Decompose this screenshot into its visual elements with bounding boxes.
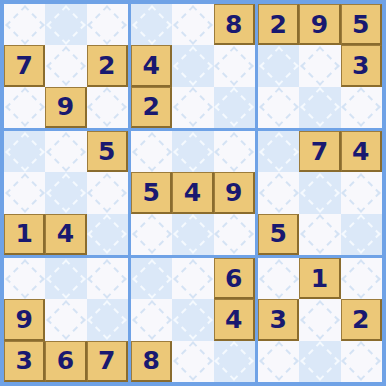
cell-r3c9[interactable]	[341, 87, 382, 128]
cell-r9c8[interactable]	[299, 341, 340, 382]
given-digit: 7	[15, 53, 32, 78]
cell-r4c2[interactable]	[45, 131, 86, 172]
diamond-pattern-icon	[88, 215, 128, 255]
cell-r3c3[interactable]	[87, 87, 128, 128]
given-digit: 4	[352, 139, 369, 164]
diamond-pattern-icon	[46, 300, 86, 340]
cell-r2c5[interactable]	[172, 45, 213, 86]
cell-r2c9[interactable]: 3	[341, 45, 382, 86]
box-8: 648	[131, 258, 255, 382]
diamond-pattern-icon	[5, 88, 45, 128]
cell-r4c6[interactable]	[214, 131, 255, 172]
cell-r5c4[interactable]: 5	[131, 172, 172, 213]
given-digit: 7	[311, 139, 328, 164]
cell-r4c5[interactable]	[172, 131, 213, 172]
diamond-pattern-icon	[259, 342, 299, 382]
cell-r6c6[interactable]	[214, 214, 255, 255]
box-3: 2953	[258, 4, 382, 128]
given-digit: 2	[142, 94, 159, 119]
box-9: 132	[258, 258, 382, 382]
cell-r7c5[interactable]	[172, 258, 213, 299]
cell-r4c1[interactable]	[4, 131, 45, 172]
diamond-pattern-icon	[5, 259, 45, 299]
diamond-pattern-icon	[46, 5, 86, 45]
diamond-pattern-icon	[342, 173, 382, 213]
given-digit: 2	[352, 307, 369, 332]
box-7: 9367	[4, 258, 128, 382]
cell-r9c4[interactable]: 8	[131, 341, 172, 382]
cell-r4c3[interactable]: 5	[87, 131, 128, 172]
diamond-pattern-icon	[259, 132, 299, 172]
cell-r7c7[interactable]	[258, 258, 299, 299]
cell-r3c8[interactable]	[299, 87, 340, 128]
diamond-pattern-icon	[173, 46, 213, 86]
cell-r1c6[interactable]: 8	[214, 4, 255, 45]
given-digit: 5	[269, 221, 286, 246]
diamond-pattern-icon	[300, 342, 340, 382]
cell-r7c9[interactable]	[341, 258, 382, 299]
given-digit: 4	[142, 53, 159, 78]
diamond-pattern-icon	[173, 215, 213, 255]
cell-r8c5[interactable]	[172, 299, 213, 340]
given-digit: 8	[142, 348, 159, 373]
diamond-pattern-icon	[215, 88, 255, 128]
cell-r9c6[interactable]	[214, 341, 255, 382]
cell-r2c7[interactable]	[258, 45, 299, 86]
given-digit: 5	[98, 139, 115, 164]
cell-r1c3[interactable]	[87, 4, 128, 45]
cell-r4c4[interactable]	[131, 131, 172, 172]
diamond-pattern-icon	[88, 5, 128, 45]
cell-r2c1[interactable]: 7	[4, 45, 45, 86]
cell-r6c9[interactable]	[341, 214, 382, 255]
diamond-pattern-icon	[132, 132, 172, 172]
cell-r1c7[interactable]: 2	[258, 4, 299, 45]
cell-r3c6[interactable]	[214, 87, 255, 128]
cell-r1c1[interactable]	[4, 4, 45, 45]
cell-r1c5[interactable]	[172, 4, 213, 45]
diamond-pattern-icon	[88, 300, 128, 340]
box-4: 514	[4, 131, 128, 255]
diamond-pattern-icon	[46, 46, 86, 86]
given-digit: 3	[269, 307, 286, 332]
diamond-pattern-icon	[215, 342, 255, 382]
diamond-pattern-icon	[173, 259, 213, 299]
cell-r9c7[interactable]	[258, 341, 299, 382]
cell-r1c8[interactable]: 9	[299, 4, 340, 45]
diamond-pattern-icon	[173, 300, 213, 340]
cell-r2c3[interactable]: 2	[87, 45, 128, 86]
given-digit: 3	[352, 53, 369, 78]
cell-r8c1[interactable]: 9	[4, 299, 45, 340]
cell-r6c7[interactable]: 5	[258, 214, 299, 255]
box-6: 745	[258, 131, 382, 255]
diamond-pattern-icon	[342, 88, 382, 128]
diamond-pattern-icon	[259, 88, 299, 128]
given-digit: 3	[15, 348, 32, 373]
cell-r9c1[interactable]: 3	[4, 341, 45, 382]
diamond-pattern-icon	[132, 300, 172, 340]
given-digit: 2	[98, 53, 115, 78]
diamond-pattern-icon	[342, 215, 382, 255]
cell-r2c2[interactable]	[45, 45, 86, 86]
given-digit: 4	[57, 221, 74, 246]
diamond-pattern-icon	[132, 5, 172, 45]
cell-r1c4[interactable]	[131, 4, 172, 45]
cell-r7c2[interactable]	[45, 258, 86, 299]
cell-r3c5[interactable]	[172, 87, 213, 128]
given-digit: 5	[142, 180, 159, 205]
given-digit: 4	[225, 307, 242, 332]
diamond-pattern-icon	[300, 300, 340, 340]
cell-r2c8[interactable]	[299, 45, 340, 86]
diamond-pattern-icon	[46, 173, 86, 213]
given-digit: 9	[225, 180, 242, 205]
diamond-pattern-icon	[215, 215, 255, 255]
diamond-pattern-icon	[259, 259, 299, 299]
given-digit: 4	[184, 180, 201, 205]
diamond-pattern-icon	[88, 259, 128, 299]
cell-r9c3[interactable]: 7	[87, 341, 128, 382]
given-digit: 6	[225, 266, 242, 291]
cell-r3c7[interactable]	[258, 87, 299, 128]
cell-r5c8[interactable]	[299, 172, 340, 213]
diamond-pattern-icon	[300, 46, 340, 86]
cell-r6c3[interactable]	[87, 214, 128, 255]
diamond-pattern-icon	[173, 342, 213, 382]
cell-r7c1[interactable]	[4, 258, 45, 299]
cell-r5c6[interactable]: 9	[214, 172, 255, 213]
cell-r8c9[interactable]: 2	[341, 299, 382, 340]
given-digit: 5	[352, 12, 369, 37]
cell-r6c1[interactable]: 1	[4, 214, 45, 255]
diamond-pattern-icon	[342, 259, 382, 299]
cell-r6c2[interactable]: 4	[45, 214, 86, 255]
cell-r6c8[interactable]	[299, 214, 340, 255]
cell-r5c5[interactable]: 4	[172, 172, 213, 213]
box-5: 549	[131, 131, 255, 255]
box-2: 842	[131, 4, 255, 128]
cell-r3c1[interactable]	[4, 87, 45, 128]
cell-r1c2[interactable]	[45, 4, 86, 45]
diamond-pattern-icon	[173, 88, 213, 128]
cell-r7c3[interactable]	[87, 258, 128, 299]
cell-r4c8[interactable]: 7	[299, 131, 340, 172]
sudoku-board: 72984229535145497459367648132	[0, 0, 386, 386]
given-digit: 7	[98, 348, 115, 373]
cell-r3c4[interactable]: 2	[131, 87, 172, 128]
diamond-pattern-icon	[300, 173, 340, 213]
cell-r9c2[interactable]: 6	[45, 341, 86, 382]
cell-r9c5[interactable]	[172, 341, 213, 382]
given-digit: 8	[225, 12, 242, 37]
given-digit: 1	[15, 221, 32, 246]
diamond-pattern-icon	[88, 88, 128, 128]
cell-r7c6[interactable]: 6	[214, 258, 255, 299]
diamond-pattern-icon	[5, 5, 45, 45]
given-digit: 9	[311, 12, 328, 37]
cell-r9c9[interactable]	[341, 341, 382, 382]
diamond-pattern-icon	[46, 132, 86, 172]
given-digit: 9	[57, 94, 74, 119]
diamond-pattern-icon	[173, 132, 213, 172]
cell-r5c2[interactable]	[45, 172, 86, 213]
diamond-pattern-icon	[5, 173, 45, 213]
given-digit: 1	[311, 266, 328, 291]
cell-r5c9[interactable]	[341, 172, 382, 213]
cell-r6c4[interactable]	[131, 214, 172, 255]
cell-r8c7[interactable]: 3	[258, 299, 299, 340]
cell-r8c3[interactable]	[87, 299, 128, 340]
diamond-pattern-icon	[132, 215, 172, 255]
cell-r7c8[interactable]: 1	[299, 258, 340, 299]
given-digit: 6	[57, 348, 74, 373]
diamond-pattern-icon	[259, 173, 299, 213]
diamond-pattern-icon	[300, 215, 340, 255]
diamond-pattern-icon	[259, 46, 299, 86]
cell-r5c7[interactable]	[258, 172, 299, 213]
diamond-pattern-icon	[132, 259, 172, 299]
cell-r1c9[interactable]: 5	[341, 4, 382, 45]
diamond-pattern-icon	[215, 46, 255, 86]
diamond-pattern-icon	[342, 342, 382, 382]
cell-r2c4[interactable]: 4	[131, 45, 172, 86]
cell-r5c1[interactable]	[4, 172, 45, 213]
cell-r8c6[interactable]: 4	[214, 299, 255, 340]
cell-r7c4[interactable]	[131, 258, 172, 299]
box-1: 729	[4, 4, 128, 128]
cell-r8c2[interactable]	[45, 299, 86, 340]
cell-r8c8[interactable]	[299, 299, 340, 340]
given-digit: 2	[269, 12, 286, 37]
cell-r2c6[interactable]	[214, 45, 255, 86]
cell-r8c4[interactable]	[131, 299, 172, 340]
diamond-pattern-icon	[173, 5, 213, 45]
given-digit: 9	[15, 307, 32, 332]
diamond-pattern-icon	[300, 88, 340, 128]
cell-r4c7[interactable]	[258, 131, 299, 172]
diamond-pattern-icon	[46, 259, 86, 299]
diamond-pattern-icon	[88, 173, 128, 213]
cell-r6c5[interactable]	[172, 214, 213, 255]
cell-r4c9[interactable]: 4	[341, 131, 382, 172]
cell-r5c3[interactable]	[87, 172, 128, 213]
diamond-pattern-icon	[5, 132, 45, 172]
cell-r3c2[interactable]: 9	[45, 87, 86, 128]
diamond-pattern-icon	[215, 132, 255, 172]
